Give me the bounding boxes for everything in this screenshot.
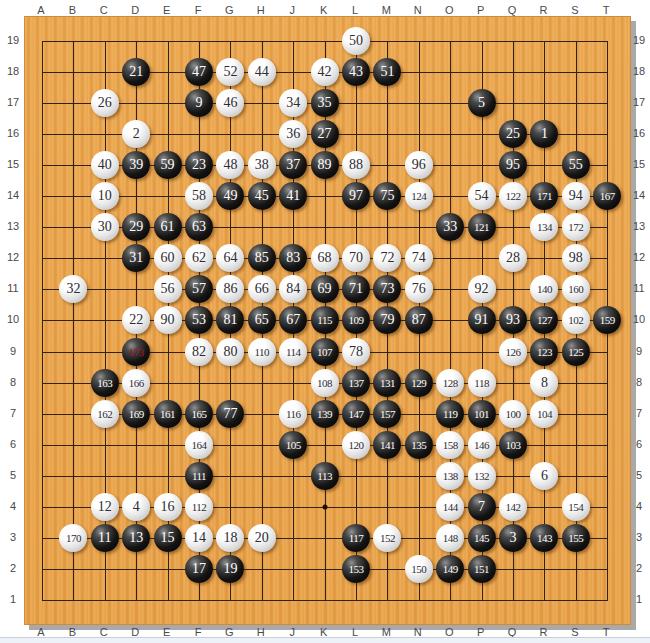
move-number: 25	[506, 127, 520, 141]
move-number: 159	[600, 313, 615, 327]
coord-label-right-15: 15	[633, 158, 645, 170]
coord-label-top-R: R	[539, 4, 547, 16]
move-number: 120	[349, 438, 364, 452]
move-number: 134	[537, 220, 552, 234]
coord-label-left-15: 15	[7, 158, 19, 170]
stone-black-67: 67	[279, 306, 307, 334]
stone-black-69: 69	[311, 275, 339, 303]
move-number: 162	[97, 407, 112, 421]
stone-white-70: 70	[342, 244, 370, 272]
stone-black-91: 91	[468, 306, 496, 334]
stone-black-27: 27	[311, 120, 339, 148]
move-number: 61	[161, 220, 175, 234]
move-number: 166	[129, 376, 144, 390]
move-number: 37	[286, 158, 300, 172]
move-number: 70	[349, 251, 363, 265]
move-number: 143	[537, 531, 552, 545]
move-number: 1	[541, 127, 548, 141]
move-number: 117	[349, 531, 364, 545]
move-number: 161	[160, 407, 175, 421]
move-number: 58	[192, 189, 206, 203]
coord-label-left-12: 12	[7, 251, 19, 263]
move-number: 36	[286, 127, 300, 141]
move-number: 72	[380, 251, 394, 265]
coord-label-left-8: 8	[10, 376, 16, 388]
stone-black-71: 71	[342, 275, 370, 303]
stone-black-15: 15	[154, 524, 182, 552]
coord-label-right-17: 17	[633, 96, 645, 108]
stone-black-151: 151	[468, 555, 496, 583]
stone-black-155: 155	[562, 524, 590, 552]
stone-black-149: 149	[436, 555, 464, 583]
stone-black-39: 39	[122, 151, 150, 179]
stone-black-1: 1	[530, 120, 558, 148]
stone-white-72: 72	[373, 244, 401, 272]
move-number: 2	[133, 127, 140, 141]
coord-label-left-13: 13	[7, 220, 19, 232]
coord-label-top-L: L	[352, 4, 358, 16]
stone-black-63: 63	[185, 213, 213, 241]
move-number: 96	[412, 158, 426, 172]
grid-line-horizontal	[42, 569, 608, 570]
stone-white-78: 78	[342, 338, 370, 366]
stone-black-97: 97	[342, 182, 370, 210]
coord-label-top-M: M	[382, 4, 391, 16]
move-number: 34	[286, 96, 300, 110]
stone-white-134: 134	[530, 213, 558, 241]
move-number: 140	[537, 282, 552, 296]
stone-white-46: 46	[216, 89, 244, 117]
coord-label-top-P: P	[477, 4, 484, 16]
coord-label-top-K: K	[320, 4, 327, 16]
stone-white-14: 14	[185, 524, 213, 552]
move-number: 151	[474, 562, 489, 576]
stone-white-20: 20	[248, 524, 276, 552]
stone-white-52: 52	[216, 58, 244, 86]
move-number: 7	[478, 500, 485, 514]
move-number: 10	[98, 189, 112, 203]
move-number: 87	[412, 313, 426, 327]
move-number: 20	[255, 531, 269, 545]
stone-black-125: 125	[562, 338, 590, 366]
stone-white-50: 50	[342, 27, 370, 55]
stone-black-109: 109	[342, 306, 370, 334]
coord-label-right-18: 18	[633, 65, 645, 77]
move-number: 15	[161, 531, 175, 545]
stone-black-117: 117	[342, 524, 370, 552]
move-number: 21	[129, 65, 143, 79]
stone-white-84: 84	[279, 275, 307, 303]
stone-white-114: 114	[279, 338, 307, 366]
stone-white-64: 64	[216, 244, 244, 272]
stone-black-103: 103	[499, 431, 527, 459]
stone-white-102: 102	[562, 306, 590, 334]
move-number: 16	[161, 500, 175, 514]
move-number: 38	[255, 158, 269, 172]
move-number: 74	[412, 251, 426, 265]
stone-white-148: 148	[436, 524, 464, 552]
move-number: 6	[541, 469, 548, 483]
move-number: 127	[537, 313, 552, 327]
coord-label-right-9: 9	[636, 345, 642, 357]
move-number: 91	[475, 313, 489, 327]
stone-black-77: 77	[216, 400, 244, 428]
stone-white-54: 54	[468, 182, 496, 210]
stone-black-127: 127	[530, 306, 558, 334]
move-number: 82	[192, 345, 206, 359]
coord-label-right-3: 3	[636, 531, 642, 543]
coord-label-left-18: 18	[7, 65, 19, 77]
stone-black-165: 165	[185, 400, 213, 428]
move-number: 22	[129, 313, 143, 327]
move-number: 81	[223, 313, 237, 327]
stone-black-65: 65	[248, 306, 276, 334]
move-number: 4	[133, 500, 140, 514]
move-number: 48	[223, 158, 237, 172]
stone-black-147: 147	[342, 400, 370, 428]
move-number: 77	[223, 407, 237, 421]
stone-black-19: 19	[216, 555, 244, 583]
coord-label-right-12: 12	[633, 251, 645, 263]
move-number: 39	[129, 158, 143, 172]
stone-white-44: 44	[248, 58, 276, 86]
go-game-diagram: 1234567891011121314151617181920212223252…	[0, 0, 650, 643]
stone-white-4: 4	[122, 493, 150, 521]
move-number: 95	[506, 158, 520, 172]
stone-black-85: 85	[248, 244, 276, 272]
move-number: 138	[443, 469, 458, 483]
move-number: 35	[318, 96, 332, 110]
stone-black-115: 115	[311, 306, 339, 334]
coord-label-right-1: 1	[636, 593, 642, 605]
move-number: 84	[286, 282, 300, 296]
move-number: 3	[510, 531, 517, 545]
move-number: 126	[506, 345, 521, 359]
stone-white-104: 104	[530, 400, 558, 428]
stone-black-3: 3	[499, 524, 527, 552]
coord-label-left-2: 2	[10, 562, 16, 574]
move-number: 169	[129, 407, 144, 421]
stone-black-55: 55	[562, 151, 590, 179]
move-number: 12	[98, 500, 112, 514]
coord-label-top-Q: Q	[508, 4, 517, 16]
stone-black-105: 105	[279, 431, 307, 459]
move-number: 128	[443, 376, 458, 390]
grid-line-horizontal	[42, 600, 608, 601]
stone-black-135: 135	[405, 431, 433, 459]
go-board[interactable]: 1234567891011121314151617181920212223252…	[24, 16, 631, 625]
stone-black-143: 143	[530, 524, 558, 552]
move-number: 115	[317, 313, 332, 327]
stone-white-160: 160	[562, 275, 590, 303]
stone-white-138: 138	[436, 462, 464, 490]
coord-label-left-11: 11	[7, 282, 18, 294]
move-number: 93	[506, 313, 520, 327]
stone-white-60: 60	[154, 244, 182, 272]
stone-white-34: 34	[279, 89, 307, 117]
coord-label-top-O: O	[445, 4, 454, 16]
move-number: 160	[568, 282, 583, 296]
move-number: 33	[443, 220, 457, 234]
stone-white-8: 8	[530, 369, 558, 397]
move-number: 29	[129, 220, 143, 234]
move-number: 43	[349, 65, 363, 79]
move-number: 170	[66, 531, 81, 545]
stone-black-129: 129	[405, 369, 433, 397]
coord-label-left-1: 1	[10, 593, 16, 605]
move-number: 51	[380, 65, 394, 79]
stone-white-32: 32	[59, 275, 87, 303]
stone-white-6: 6	[530, 462, 558, 490]
move-number: 97	[349, 189, 363, 203]
stone-white-86: 86	[216, 275, 244, 303]
move-number: 26	[98, 96, 112, 110]
stone-white-146: 146	[468, 431, 496, 459]
stone-white-12: 12	[91, 493, 119, 521]
coord-label-right-13: 13	[633, 220, 645, 232]
move-number: 105	[286, 438, 301, 452]
move-number: 154	[568, 500, 583, 514]
move-number: 41	[286, 189, 300, 203]
move-number: 98	[569, 251, 583, 265]
move-number: 89	[318, 158, 332, 172]
move-number: 68	[318, 251, 332, 265]
move-number: 19	[223, 562, 237, 576]
coord-label-top-G: G	[225, 4, 234, 16]
stone-white-42: 42	[311, 58, 339, 86]
move-number: 102	[568, 313, 583, 327]
move-number: 144	[443, 500, 458, 514]
move-number: 165	[192, 407, 207, 421]
coord-label-left-19: 19	[7, 34, 19, 46]
move-number: 56	[161, 282, 175, 296]
coord-label-left-7: 7	[10, 407, 16, 419]
stone-white-166: 166	[122, 369, 150, 397]
stone-black-137: 137	[342, 369, 370, 397]
coord-label-left-10: 10	[7, 313, 19, 325]
move-number: 108	[317, 376, 332, 390]
stone-white-10: 10	[91, 182, 119, 210]
move-number: 107	[317, 345, 332, 359]
move-number: 52	[223, 65, 237, 79]
move-number: 167	[600, 189, 615, 203]
move-number: 63	[192, 220, 206, 234]
coord-label-top-J: J	[289, 4, 295, 16]
move-number: 57	[192, 282, 206, 296]
move-number: 85	[255, 251, 269, 265]
stone-black-81: 81	[216, 306, 244, 334]
star-point	[322, 504, 327, 509]
coord-label-top-S: S	[571, 4, 578, 16]
stone-black-41: 41	[279, 182, 307, 210]
move-number: 75	[380, 189, 394, 203]
stone-white-40: 40	[91, 151, 119, 179]
move-number: 13	[129, 531, 143, 545]
stone-white-28: 28	[499, 244, 527, 272]
move-number: 146	[474, 438, 489, 452]
stone-black-167: 167	[593, 182, 621, 210]
stone-white-30: 30	[91, 213, 119, 241]
move-number: 64	[223, 251, 237, 265]
stone-black-107: 107	[311, 338, 339, 366]
move-number: 124	[411, 189, 426, 203]
stone-black-161: 161	[154, 400, 182, 428]
stone-white-164: 164	[185, 431, 213, 459]
stone-black-89: 89	[311, 151, 339, 179]
coord-label-top-E: E	[163, 4, 170, 16]
coord-label-right-8: 8	[636, 376, 642, 388]
move-number: 92	[475, 282, 489, 296]
move-number: 123	[537, 345, 552, 359]
stone-white-56: 56	[154, 275, 182, 303]
stone-white-142: 142	[499, 493, 527, 521]
stone-white-36: 36	[279, 120, 307, 148]
move-number: 27	[318, 127, 332, 141]
stone-black-121: 121	[468, 213, 496, 241]
move-number: 110	[255, 345, 270, 359]
stone-black-11: 11	[91, 524, 119, 552]
stone-black-171: 171	[530, 182, 558, 210]
move-number: 53	[192, 313, 206, 327]
move-number: 49	[223, 189, 237, 203]
stone-white-150: 150	[405, 555, 433, 583]
stone-white-128: 128	[436, 369, 464, 397]
move-number: 148	[443, 531, 458, 545]
move-number: 147	[349, 407, 364, 421]
move-number: 8	[541, 376, 548, 390]
stone-black-53: 53	[185, 306, 213, 334]
coord-label-right-11: 11	[633, 282, 644, 294]
move-number: 90	[161, 313, 175, 327]
stone-black-79: 79	[373, 306, 401, 334]
stone-white-76: 76	[405, 275, 433, 303]
move-number: 69	[318, 282, 332, 296]
stone-white-122: 122	[499, 182, 527, 210]
move-number: 71	[349, 282, 363, 296]
move-number: 114	[286, 345, 301, 359]
stone-white-74: 74	[405, 244, 433, 272]
stone-white-116: 116	[279, 400, 307, 428]
stone-white-90: 90	[154, 306, 182, 334]
stone-black-49: 49	[216, 182, 244, 210]
stone-black-95: 95	[499, 151, 527, 179]
coord-label-left-9: 9	[10, 345, 16, 357]
stone-white-22: 22	[122, 306, 150, 334]
stone-black-5: 5	[468, 89, 496, 117]
move-number: 46	[223, 96, 237, 110]
move-number: 112	[192, 500, 207, 514]
stone-black-153: 153	[342, 555, 370, 583]
move-number: 31	[129, 251, 143, 265]
move-number: 62	[192, 251, 206, 265]
stone-black-21: 21	[122, 58, 150, 86]
stone-black-159: 159	[593, 306, 621, 334]
stone-white-48: 48	[216, 151, 244, 179]
move-number: 79	[380, 313, 394, 327]
stone-white-152: 152	[373, 524, 401, 552]
move-number: 44	[255, 65, 269, 79]
move-number: 59	[161, 158, 175, 172]
stone-white-162: 162	[91, 400, 119, 428]
coord-label-top-D: D	[131, 4, 139, 16]
coord-label-right-7: 7	[636, 407, 642, 419]
move-number: 163	[97, 376, 112, 390]
move-number: 50	[349, 34, 363, 48]
move-number: 47	[192, 65, 206, 79]
stone-black-25: 25	[499, 120, 527, 148]
move-number: 153	[349, 562, 364, 576]
stone-white-58: 58	[185, 182, 213, 210]
coord-label-right-5: 5	[636, 469, 642, 481]
move-number: 171	[537, 189, 552, 203]
stone-white-172: 172	[562, 213, 590, 241]
move-number: 17	[192, 562, 206, 576]
move-number: 152	[380, 531, 395, 545]
stone-white-132: 132	[468, 462, 496, 490]
move-number: 131	[380, 376, 395, 390]
stone-black-93: 93	[499, 306, 527, 334]
stone-white-120: 120	[342, 431, 370, 459]
coord-label-right-6: 6	[636, 438, 642, 450]
move-number: 80	[223, 345, 237, 359]
stone-black-119: 119	[436, 400, 464, 428]
move-number: 142	[506, 500, 521, 514]
move-number: 157	[380, 407, 395, 421]
stone-white-158: 158	[436, 431, 464, 459]
stone-black-7: 7	[468, 493, 496, 521]
stone-black-75: 75	[373, 182, 401, 210]
stone-white-170: 170	[59, 524, 87, 552]
move-number: 94	[569, 189, 583, 203]
stone-white-38: 38	[248, 151, 276, 179]
move-number: 104	[537, 407, 552, 421]
move-number: 118	[474, 376, 489, 390]
stone-black-141: 141	[373, 431, 401, 459]
coord-label-left-4: 4	[10, 500, 16, 512]
stone-black-157: 157	[373, 400, 401, 428]
move-number: 158	[443, 438, 458, 452]
move-number: 103	[506, 438, 521, 452]
move-number: 139	[317, 407, 332, 421]
move-number: 14	[192, 531, 206, 545]
stone-black-9: 9	[185, 89, 213, 117]
stone-white-126: 126	[499, 338, 527, 366]
stone-black-31: 31	[122, 244, 150, 272]
move-number: 30	[98, 220, 112, 234]
coord-label-left-5: 5	[10, 469, 16, 481]
coord-label-right-4: 4	[636, 500, 642, 512]
move-number: 76	[412, 282, 426, 296]
coord-label-left-17: 17	[7, 96, 19, 108]
move-number: 101	[474, 407, 489, 421]
move-number: 137	[349, 376, 364, 390]
stone-black-61: 61	[154, 213, 182, 241]
stone-white-96: 96	[405, 151, 433, 179]
move-number: 66	[255, 282, 269, 296]
stone-black-17: 17	[185, 555, 213, 583]
move-number: 122	[506, 189, 521, 203]
stone-black-35: 35	[311, 89, 339, 117]
stone-black-73: 73	[373, 275, 401, 303]
move-number: 23	[192, 158, 206, 172]
stone-white-88: 88	[342, 151, 370, 179]
stone-black-101: 101	[468, 400, 496, 428]
move-number: 28	[506, 251, 520, 265]
coord-label-right-10: 10	[633, 313, 645, 325]
stone-black-13: 13	[122, 524, 150, 552]
move-number: 9	[196, 96, 203, 110]
stone-black-47: 47	[185, 58, 213, 86]
